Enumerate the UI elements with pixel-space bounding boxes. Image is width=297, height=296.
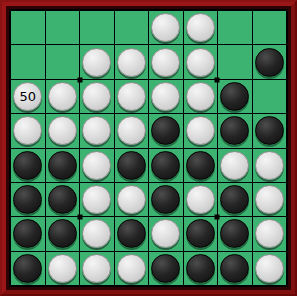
cell-f4[interactable] [184, 114, 218, 147]
cell-b7[interactable] [46, 217, 80, 250]
black-disc [151, 254, 180, 283]
black-disc [13, 151, 42, 180]
white-disc [255, 185, 284, 214]
cell-b1[interactable] [46, 11, 80, 44]
white-disc [48, 254, 77, 283]
cell-h5[interactable] [253, 149, 287, 182]
black-disc [48, 185, 77, 214]
white-disc: 50 [13, 82, 42, 111]
white-disc [255, 254, 284, 283]
white-disc [186, 82, 215, 111]
cell-f3[interactable] [184, 80, 218, 113]
cell-g1[interactable] [218, 11, 252, 44]
cell-d2[interactable] [115, 45, 149, 78]
othello-board: 50 [9, 9, 288, 287]
star-point [215, 77, 220, 82]
cell-f5[interactable] [184, 149, 218, 182]
white-disc [186, 116, 215, 145]
white-disc [255, 219, 284, 248]
cell-e1[interactable] [149, 11, 183, 44]
white-disc [186, 48, 215, 77]
cell-e5[interactable] [149, 149, 183, 182]
white-disc [255, 151, 284, 180]
cell-g5[interactable] [218, 149, 252, 182]
white-disc [82, 82, 111, 111]
white-disc [117, 82, 146, 111]
move-number-label: 50 [19, 90, 36, 103]
star-point [77, 214, 82, 219]
cell-h4[interactable] [253, 114, 287, 147]
black-disc [220, 219, 249, 248]
board-frame-outer: 50 [0, 0, 297, 296]
black-disc [255, 116, 284, 145]
black-disc [255, 48, 284, 77]
cell-a6[interactable] [11, 183, 45, 216]
cell-a5[interactable] [11, 149, 45, 182]
black-disc [220, 116, 249, 145]
white-disc [117, 116, 146, 145]
white-disc [82, 48, 111, 77]
white-disc [151, 219, 180, 248]
white-disc [117, 48, 146, 77]
white-disc [151, 48, 180, 77]
white-disc [117, 254, 146, 283]
black-disc [151, 151, 180, 180]
black-disc [220, 82, 249, 111]
star-point [215, 214, 220, 219]
cell-g4[interactable] [218, 114, 252, 147]
cell-c2[interactable] [80, 45, 114, 78]
black-disc [151, 116, 180, 145]
white-disc [48, 116, 77, 145]
cell-f1[interactable] [184, 11, 218, 44]
black-disc [13, 254, 42, 283]
cell-e2[interactable] [149, 45, 183, 78]
cell-c4[interactable] [80, 114, 114, 147]
black-disc [48, 219, 77, 248]
black-disc [151, 185, 180, 214]
white-disc [117, 185, 146, 214]
cell-e4[interactable] [149, 114, 183, 147]
cell-g8[interactable] [218, 252, 252, 285]
black-disc [117, 151, 146, 180]
white-disc [82, 116, 111, 145]
cell-d6[interactable] [115, 183, 149, 216]
cell-a8[interactable] [11, 252, 45, 285]
cell-g3[interactable] [218, 80, 252, 113]
cell-d1[interactable] [115, 11, 149, 44]
cell-c5[interactable] [80, 149, 114, 182]
cell-d3[interactable] [115, 80, 149, 113]
black-disc [186, 254, 215, 283]
cell-h7[interactable] [253, 217, 287, 250]
cell-h6[interactable] [253, 183, 287, 216]
cell-d5[interactable] [115, 149, 149, 182]
cell-b6[interactable] [46, 183, 80, 216]
white-disc [82, 151, 111, 180]
cell-e6[interactable] [149, 183, 183, 216]
cell-b5[interactable] [46, 149, 80, 182]
black-disc [220, 185, 249, 214]
black-disc [13, 185, 42, 214]
cell-h2[interactable] [253, 45, 287, 78]
cell-c6[interactable] [80, 183, 114, 216]
cell-f8[interactable] [184, 252, 218, 285]
cell-e3[interactable] [149, 80, 183, 113]
cell-h1[interactable] [253, 11, 287, 44]
cell-d8[interactable] [115, 252, 149, 285]
cell-f7[interactable] [184, 217, 218, 250]
star-point [77, 77, 82, 82]
cell-f2[interactable] [184, 45, 218, 78]
cell-h8[interactable] [253, 252, 287, 285]
black-disc [48, 151, 77, 180]
black-disc [186, 151, 215, 180]
cell-b2[interactable] [46, 45, 80, 78]
cell-a4[interactable] [11, 114, 45, 147]
cell-g2[interactable] [218, 45, 252, 78]
board-frame-inner: 50 [6, 6, 291, 290]
white-disc [48, 82, 77, 111]
cell-g7[interactable] [218, 217, 252, 250]
black-disc [13, 219, 42, 248]
cell-c8[interactable] [80, 252, 114, 285]
black-disc [186, 219, 215, 248]
white-disc [186, 13, 215, 42]
cell-a3[interactable]: 50 [11, 80, 45, 113]
cell-d7[interactable] [115, 217, 149, 250]
white-disc [220, 151, 249, 180]
cell-f6[interactable] [184, 183, 218, 216]
cell-h3[interactable] [253, 80, 287, 113]
cell-b4[interactable] [46, 114, 80, 147]
black-disc [117, 219, 146, 248]
cell-d4[interactable] [115, 114, 149, 147]
white-disc [151, 13, 180, 42]
white-disc [151, 82, 180, 111]
black-disc [220, 254, 249, 283]
cell-e7[interactable] [149, 217, 183, 250]
cell-b3[interactable] [46, 80, 80, 113]
white-disc [82, 185, 111, 214]
cell-a7[interactable] [11, 217, 45, 250]
cell-c1[interactable] [80, 11, 114, 44]
white-disc [82, 254, 111, 283]
board-frame: 50 [2, 2, 295, 294]
white-disc [82, 219, 111, 248]
white-disc [13, 116, 42, 145]
cell-c3[interactable] [80, 80, 114, 113]
cell-g6[interactable] [218, 183, 252, 216]
white-disc [186, 185, 215, 214]
cell-b8[interactable] [46, 252, 80, 285]
cell-a1[interactable] [11, 11, 45, 44]
cell-e8[interactable] [149, 252, 183, 285]
cell-a2[interactable] [11, 45, 45, 78]
cell-c7[interactable] [80, 217, 114, 250]
